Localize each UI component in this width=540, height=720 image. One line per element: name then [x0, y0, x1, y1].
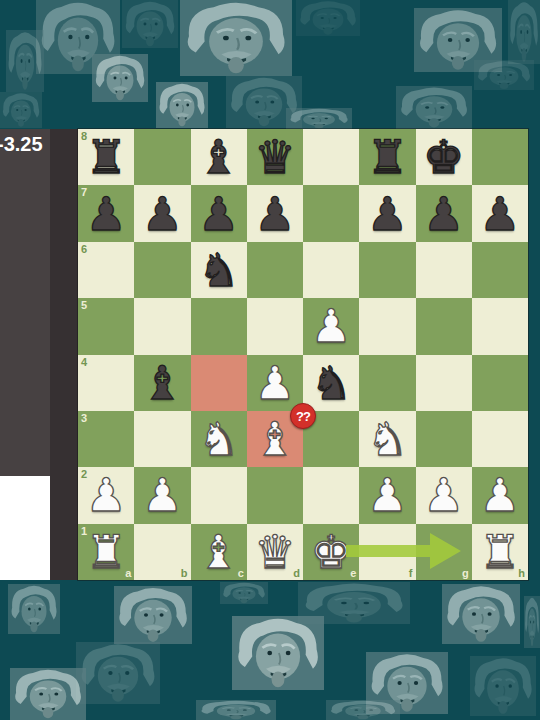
square-f1[interactable]: f [359, 524, 415, 580]
square-c4[interactable] [191, 355, 247, 411]
square-d6[interactable] [247, 242, 303, 298]
evaluation-bar: -3.25 [0, 129, 78, 580]
file-label-f: f [409, 567, 413, 579]
piece-black-knight[interactable]: ♞ [198, 242, 239, 298]
piece-black-pawn[interactable]: ♟ [367, 186, 408, 242]
einstein-photo-tile [326, 700, 400, 720]
einstein-photo-tile [286, 108, 352, 129]
piece-black-pawn[interactable]: ♟ [142, 186, 183, 242]
rank-label-6: 6 [81, 243, 87, 255]
einstein-photo-tile [396, 86, 472, 129]
piece-white-king[interactable]: ♚ [311, 524, 352, 580]
einstein-photo-tile [180, 0, 292, 76]
square-b2[interactable]: ♟ [134, 467, 190, 523]
screenshot-stage: -3.25 8♜♝♛♜♚7♟♟♟♟♟♟♟6♞5♟4♝♟♞3♞♝♞2♟♟♟♟♟1a… [0, 0, 540, 720]
square-e6[interactable] [303, 242, 359, 298]
square-d4[interactable]: ♟ [247, 355, 303, 411]
evaluation-bar-white-portion [0, 476, 50, 580]
square-a3[interactable]: 3 [78, 411, 134, 467]
square-d3[interactable]: ♝ [247, 411, 303, 467]
square-a5[interactable]: 5 [78, 298, 134, 354]
piece-white-bishop[interactable]: ♝ [254, 411, 295, 467]
piece-white-knight[interactable]: ♞ [198, 411, 239, 467]
piece-white-pawn[interactable]: ♟ [423, 467, 464, 523]
square-g5[interactable] [416, 298, 472, 354]
square-c1[interactable]: c♝ [191, 524, 247, 580]
square-a1[interactable]: 1a♜ [78, 524, 134, 580]
square-h4[interactable] [472, 355, 528, 411]
piece-white-rook[interactable]: ♜ [86, 524, 127, 580]
piece-white-knight[interactable]: ♞ [367, 411, 408, 467]
square-e8[interactable] [303, 129, 359, 185]
board-shadow-strip [50, 129, 78, 580]
square-g8[interactable]: ♚ [416, 129, 472, 185]
piece-white-bishop[interactable]: ♝ [198, 524, 239, 580]
piece-black-bishop[interactable]: ♝ [198, 129, 239, 185]
einstein-photo-tile [442, 584, 520, 644]
einstein-photo-tile [76, 642, 160, 704]
piece-white-pawn[interactable]: ♟ [479, 467, 520, 523]
piece-black-pawn[interactable]: ♟ [423, 186, 464, 242]
piece-black-queen[interactable]: ♛ [254, 129, 295, 185]
rank-label-4: 4 [81, 356, 87, 368]
einstein-photo-tile [474, 60, 534, 90]
square-h2[interactable]: ♟ [472, 467, 528, 523]
einstein-photo-tile [232, 616, 324, 690]
piece-white-rook[interactable]: ♜ [479, 524, 520, 580]
piece-white-pawn[interactable]: ♟ [311, 298, 352, 354]
einstein-photo-tile [524, 596, 540, 648]
piece-black-bishop[interactable]: ♝ [142, 355, 183, 411]
square-d2[interactable] [247, 467, 303, 523]
square-f2[interactable]: ♟ [359, 467, 415, 523]
square-b8[interactable] [134, 129, 190, 185]
square-c6[interactable]: ♞ [191, 242, 247, 298]
square-c8[interactable]: ♝ [191, 129, 247, 185]
einstein-photo-tile [156, 82, 208, 128]
square-h5[interactable] [472, 298, 528, 354]
einstein-photo-tile [0, 92, 42, 128]
piece-white-pawn[interactable]: ♟ [142, 467, 183, 523]
square-g4[interactable] [416, 355, 472, 411]
square-d5[interactable] [247, 298, 303, 354]
rank-label-3: 3 [81, 412, 87, 424]
einstein-photo-tile [122, 0, 178, 48]
square-a4[interactable]: 4 [78, 355, 134, 411]
square-f5[interactable] [359, 298, 415, 354]
square-f7[interactable]: ♟ [359, 185, 415, 241]
evaluation-score: -3.25 [0, 133, 51, 156]
einstein-photo-tile [508, 0, 540, 64]
piece-black-pawn[interactable]: ♟ [198, 186, 239, 242]
square-e7[interactable] [303, 185, 359, 241]
piece-white-pawn[interactable]: ♟ [86, 467, 127, 523]
square-c3[interactable]: ♞ [191, 411, 247, 467]
square-b6[interactable] [134, 242, 190, 298]
square-a8[interactable]: 8♜ [78, 129, 134, 185]
square-a2[interactable]: 2♟ [78, 467, 134, 523]
square-f6[interactable] [359, 242, 415, 298]
square-b7[interactable]: ♟ [134, 185, 190, 241]
square-a7[interactable]: 7♟ [78, 185, 134, 241]
einstein-photo-tile [220, 582, 268, 604]
piece-black-rook[interactable]: ♜ [367, 129, 408, 185]
einstein-photo-tile [10, 668, 86, 720]
square-h7[interactable]: ♟ [472, 185, 528, 241]
square-d1[interactable]: d♛ [247, 524, 303, 580]
square-g3[interactable] [416, 411, 472, 467]
square-f4[interactable] [359, 355, 415, 411]
square-f8[interactable]: ♜ [359, 129, 415, 185]
einstein-photo-tile [296, 0, 360, 36]
square-e5[interactable]: ♟ [303, 298, 359, 354]
piece-white-pawn[interactable]: ♟ [254, 355, 295, 411]
einstein-photo-tile [470, 656, 536, 716]
piece-white-queen[interactable]: ♛ [254, 524, 295, 580]
file-label-b: b [181, 567, 188, 579]
square-h1[interactable]: h♜ [472, 524, 528, 580]
square-e2[interactable] [303, 467, 359, 523]
einstein-photo-tile [196, 700, 276, 720]
piece-black-knight[interactable]: ♞ [311, 355, 352, 411]
square-h3[interactable] [472, 411, 528, 467]
piece-black-pawn[interactable]: ♟ [479, 186, 520, 242]
square-e1[interactable]: e♚ [303, 524, 359, 580]
square-b4[interactable]: ♝ [134, 355, 190, 411]
einstein-photo-tile [114, 586, 192, 644]
einstein-photo-tile [8, 584, 60, 634]
square-g2[interactable]: ♟ [416, 467, 472, 523]
piece-black-rook[interactable]: ♜ [86, 129, 127, 185]
piece-white-pawn[interactable]: ♟ [367, 467, 408, 523]
square-c2[interactable] [191, 467, 247, 523]
square-a6[interactable]: 6 [78, 242, 134, 298]
chess-board[interactable]: 8♜♝♛♜♚7♟♟♟♟♟♟♟6♞5♟4♝♟♞3♞♝♞2♟♟♟♟♟1a♜bc♝d♛… [78, 129, 528, 580]
square-c5[interactable] [191, 298, 247, 354]
square-b5[interactable] [134, 298, 190, 354]
square-h6[interactable] [472, 242, 528, 298]
square-e4[interactable]: ♞ [303, 355, 359, 411]
square-g6[interactable] [416, 242, 472, 298]
piece-black-pawn[interactable]: ♟ [86, 186, 127, 242]
square-g1[interactable]: g [416, 524, 472, 580]
square-d7[interactable]: ♟ [247, 185, 303, 241]
square-h8[interactable] [472, 129, 528, 185]
piece-black-pawn[interactable]: ♟ [254, 186, 295, 242]
einstein-photo-tile [92, 54, 148, 102]
square-e3[interactable] [303, 411, 359, 467]
file-label-g: g [462, 567, 469, 579]
rank-label-5: 5 [81, 299, 87, 311]
square-c7[interactable]: ♟ [191, 185, 247, 241]
square-b3[interactable] [134, 411, 190, 467]
square-d8[interactable]: ♛ [247, 129, 303, 185]
square-g7[interactable]: ♟ [416, 185, 472, 241]
piece-black-king[interactable]: ♚ [423, 129, 464, 185]
square-f3[interactable]: ♞ [359, 411, 415, 467]
einstein-photo-tile [6, 30, 44, 92]
square-b1[interactable]: b [134, 524, 190, 580]
